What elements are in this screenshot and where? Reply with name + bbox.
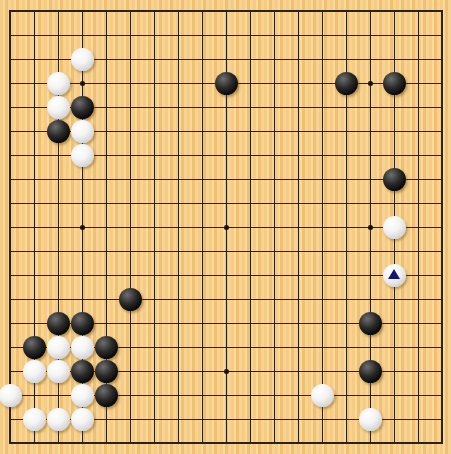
black-stone[interactable] [335, 72, 358, 95]
white-stone[interactable] [311, 384, 334, 407]
grid-line-vertical [250, 10, 251, 444]
white-stone[interactable] [383, 216, 406, 239]
black-stone[interactable] [47, 120, 70, 143]
black-stone[interactable] [23, 336, 46, 359]
grid-line-vertical [274, 10, 275, 444]
black-stone[interactable] [215, 72, 238, 95]
grid-line-horizontal [9, 442, 443, 444]
black-stone[interactable] [383, 168, 406, 191]
grid-line-horizontal [9, 275, 443, 276]
white-stone[interactable] [383, 264, 406, 287]
white-stone[interactable] [71, 48, 94, 71]
white-stone[interactable] [71, 144, 94, 167]
grid-line-vertical [322, 10, 323, 444]
white-stone[interactable] [0, 384, 22, 407]
black-stone[interactable] [383, 72, 406, 95]
star-point [368, 225, 373, 230]
black-stone[interactable] [359, 312, 382, 335]
black-stone[interactable] [95, 336, 118, 359]
black-stone[interactable] [359, 360, 382, 383]
white-stone[interactable] [359, 408, 382, 431]
white-stone[interactable] [47, 72, 70, 95]
grid-line-vertical [418, 10, 419, 444]
grid-line-vertical [441, 10, 443, 444]
star-point [80, 81, 85, 86]
grid-line-horizontal [9, 299, 443, 300]
white-stone[interactable] [23, 360, 46, 383]
white-stone[interactable] [47, 336, 70, 359]
white-stone[interactable] [47, 408, 70, 431]
white-stone[interactable] [71, 384, 94, 407]
black-stone[interactable] [47, 312, 70, 335]
star-point [368, 81, 373, 86]
black-stone[interactable] [95, 360, 118, 383]
white-stone[interactable] [71, 408, 94, 431]
white-stone[interactable] [47, 96, 70, 119]
black-stone[interactable] [71, 312, 94, 335]
white-stone[interactable] [23, 408, 46, 431]
black-stone[interactable] [71, 96, 94, 119]
white-stone[interactable] [71, 120, 94, 143]
black-stone[interactable] [119, 288, 142, 311]
black-stone[interactable] [95, 384, 118, 407]
black-stone[interactable] [71, 360, 94, 383]
white-stone[interactable] [47, 360, 70, 383]
star-point [224, 369, 229, 374]
white-stone[interactable] [71, 336, 94, 359]
go-board[interactable] [0, 0, 451, 454]
triangle-marker-icon [388, 269, 400, 279]
grid-line-horizontal [9, 251, 443, 252]
grid-line-vertical [298, 10, 299, 444]
star-point [224, 225, 229, 230]
star-point [80, 225, 85, 230]
